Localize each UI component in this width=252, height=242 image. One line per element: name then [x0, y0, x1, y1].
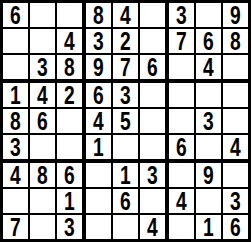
- given-digit: 3: [93, 29, 104, 53]
- given-digit: 9: [93, 55, 104, 79]
- cell-r6c4[interactable]: 1: [86, 135, 113, 163]
- sudoku-page: 6843943276838976414263864533164486139164…: [0, 0, 252, 242]
- cell-r6c3[interactable]: [57, 135, 86, 163]
- given-digit: 1: [64, 189, 75, 213]
- given-digit: 7: [10, 215, 21, 239]
- given-digit: 9: [203, 163, 214, 187]
- cell-r4c6[interactable]: [140, 83, 169, 109]
- cell-r1c2[interactable]: [30, 3, 57, 29]
- cell-r1c5[interactable]: 4: [113, 3, 140, 29]
- sudoku-board: 6843943276838976414263864533164486139164…: [0, 0, 251, 242]
- given-digit: 4: [147, 215, 158, 239]
- cell-r1c7[interactable]: 3: [169, 3, 196, 29]
- cell-r7c1[interactable]: 4: [3, 163, 30, 189]
- cell-r8c2[interactable]: [30, 189, 57, 215]
- cell-r8c4[interactable]: [86, 189, 113, 215]
- given-digit: 7: [176, 29, 187, 53]
- cell-r9c8[interactable]: 1: [196, 215, 223, 239]
- given-digit: 4: [176, 189, 187, 213]
- cell-r7c3[interactable]: 6: [57, 163, 86, 189]
- cell-r3c8[interactable]: 4: [196, 55, 223, 83]
- cell-r9c1[interactable]: 7: [3, 215, 30, 239]
- cell-r9c4[interactable]: [86, 215, 113, 239]
- cell-r3c1[interactable]: [3, 55, 30, 83]
- cell-r5c9[interactable]: [223, 109, 248, 135]
- cell-r8c9[interactable]: 3: [223, 189, 248, 215]
- cell-r6c8[interactable]: [196, 135, 223, 163]
- cell-r3c9[interactable]: [223, 55, 248, 83]
- cell-r4c1[interactable]: 1: [3, 83, 30, 109]
- cell-r1c8[interactable]: [196, 3, 223, 29]
- cell-r2c9[interactable]: 8: [223, 29, 248, 55]
- given-digit: 4: [93, 109, 104, 133]
- cell-r1c3[interactable]: [57, 3, 86, 29]
- given-digit: 4: [64, 29, 75, 53]
- cell-r1c9[interactable]: 9: [223, 3, 248, 29]
- given-digit: 8: [93, 3, 104, 27]
- given-digit: 8: [64, 55, 75, 79]
- cell-r4c3[interactable]: 2: [57, 83, 86, 109]
- cell-r1c6[interactable]: [140, 3, 169, 29]
- cell-r2c6[interactable]: [140, 29, 169, 55]
- given-digit: 5: [120, 109, 131, 133]
- cell-r3c2[interactable]: 3: [30, 55, 57, 83]
- given-digit: 3: [37, 55, 48, 79]
- cell-r5c5[interactable]: 5: [113, 109, 140, 135]
- cell-r7c7[interactable]: [169, 163, 196, 189]
- given-digit: 6: [203, 29, 214, 53]
- cell-r5c2[interactable]: 6: [30, 109, 57, 135]
- given-digit: 6: [64, 163, 75, 187]
- cell-r9c7[interactable]: [169, 215, 196, 239]
- cell-r5c3[interactable]: [57, 109, 86, 135]
- cell-r5c8[interactable]: 3: [196, 109, 223, 135]
- given-digit: 4: [120, 3, 131, 27]
- cell-r9c2[interactable]: [30, 215, 57, 239]
- given-digit: 3: [230, 189, 241, 213]
- cell-r2c3[interactable]: 4: [57, 29, 86, 55]
- cell-r2c8[interactable]: 6: [196, 29, 223, 55]
- cell-r4c9[interactable]: [223, 83, 248, 109]
- given-digit: 6: [93, 83, 104, 107]
- cell-r3c7[interactable]: [169, 55, 196, 83]
- cell-r5c7[interactable]: [169, 109, 196, 135]
- given-digit: 1: [120, 163, 131, 187]
- cell-r1c1[interactable]: 6: [3, 3, 30, 29]
- cell-r7c2[interactable]: 8: [30, 163, 57, 189]
- cell-r6c7[interactable]: 6: [169, 135, 196, 163]
- cell-r1c4[interactable]: 8: [86, 3, 113, 29]
- given-digit: 6: [176, 135, 187, 159]
- given-digit: 6: [10, 3, 21, 27]
- cell-r3c3[interactable]: 8: [57, 55, 86, 83]
- cell-r3c5[interactable]: 7: [113, 55, 140, 83]
- cell-r2c5[interactable]: 2: [113, 29, 140, 55]
- given-digit: 4: [10, 163, 21, 187]
- cell-r2c7[interactable]: 7: [169, 29, 196, 55]
- cell-r8c7[interactable]: 4: [169, 189, 196, 215]
- cell-r9c9[interactable]: 6: [223, 215, 248, 239]
- cell-r4c2[interactable]: 4: [30, 83, 57, 109]
- given-digit: 2: [64, 83, 75, 107]
- given-digit: 3: [10, 135, 21, 159]
- cell-r9c3[interactable]: 3: [57, 215, 86, 239]
- given-digit: 1: [93, 135, 104, 159]
- given-digit: 6: [37, 109, 48, 133]
- cell-r6c5[interactable]: [113, 135, 140, 163]
- given-digit: 3: [64, 215, 75, 239]
- given-digit: 3: [120, 83, 131, 107]
- cell-r4c7[interactable]: [169, 83, 196, 109]
- cell-r7c4[interactable]: [86, 163, 113, 189]
- given-digit: 4: [230, 135, 241, 159]
- cell-r6c9[interactable]: 4: [223, 135, 248, 163]
- cell-r9c6[interactable]: 4: [140, 215, 169, 239]
- cell-r7c6[interactable]: 3: [140, 163, 169, 189]
- cell-r8c1[interactable]: [3, 189, 30, 215]
- cell-r4c5[interactable]: 3: [113, 83, 140, 109]
- cell-r3c6[interactable]: 6: [140, 55, 169, 83]
- cell-r8c8[interactable]: [196, 189, 223, 215]
- cell-r8c5[interactable]: 6: [113, 189, 140, 215]
- given-digit: 8: [10, 109, 21, 133]
- cell-r8c6[interactable]: [140, 189, 169, 215]
- given-digit: 1: [203, 215, 214, 239]
- given-digit: 6: [120, 189, 131, 213]
- cell-r6c6[interactable]: [140, 135, 169, 163]
- given-digit: 4: [203, 55, 214, 79]
- given-digit: 3: [176, 3, 187, 27]
- cell-r5c6[interactable]: [140, 109, 169, 135]
- given-digit: 7: [120, 55, 131, 79]
- given-digit: 3: [147, 163, 158, 187]
- cell-r8c3[interactable]: 1: [57, 189, 86, 215]
- given-digit: 9: [230, 3, 241, 27]
- cell-r5c4[interactable]: 4: [86, 109, 113, 135]
- cell-r7c9[interactable]: [223, 163, 248, 189]
- cell-r9c5[interactable]: [113, 215, 140, 239]
- given-digit: 1: [10, 83, 21, 107]
- cell-r4c4[interactable]: 6: [86, 83, 113, 109]
- cell-r6c1[interactable]: 3: [3, 135, 30, 163]
- cell-r2c1[interactable]: [3, 29, 30, 55]
- given-digit: 6: [147, 55, 158, 79]
- given-digit: 6: [230, 215, 241, 239]
- cell-r5c1[interactable]: 8: [3, 109, 30, 135]
- cell-r7c5[interactable]: 1: [113, 163, 140, 189]
- cell-r6c2[interactable]: [30, 135, 57, 163]
- given-digit: 8: [37, 163, 48, 187]
- cell-r4c8[interactable]: [196, 83, 223, 109]
- given-digit: 8: [230, 29, 241, 53]
- cell-r2c2[interactable]: [30, 29, 57, 55]
- cell-r2c4[interactable]: 3: [86, 29, 113, 55]
- given-digit: 4: [37, 83, 48, 107]
- given-digit: 3: [203, 109, 214, 133]
- cell-r3c4[interactable]: 9: [86, 55, 113, 83]
- cell-r7c8[interactable]: 9: [196, 163, 223, 189]
- given-digit: 2: [120, 29, 131, 53]
